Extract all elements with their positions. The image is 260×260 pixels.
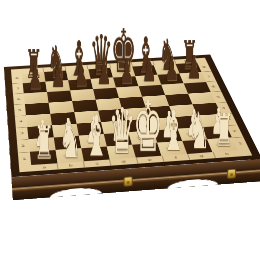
square-g1: ♞: [182, 139, 212, 154]
square-c1: ♝: [81, 146, 110, 161]
white-bishop: ♝: [84, 114, 108, 158]
square-h7: ♟: [180, 72, 206, 83]
black-pawn: ♟: [74, 62, 88, 88]
black-pawn: ♟: [165, 56, 179, 82]
photo-scene: abcdefgh abcdefgh 87654321 87654321 ♜♞♝♛…: [0, 0, 260, 260]
black-pawn: ♟: [97, 60, 111, 86]
white-knight: ♞: [188, 111, 210, 150]
chess-set-photo: abcdefgh abcdefgh 87654321 87654321 ♜♞♝♛…: [0, 0, 260, 260]
board-outer-frame: abcdefgh abcdefgh 87654321 87654321 ♜♞♝♛…: [4, 55, 260, 178]
square-e1: ♚: [132, 143, 161, 158]
brass-clasp-icon: [124, 177, 133, 187]
black-pawn: ♟: [142, 58, 156, 84]
black-pawn: ♟: [120, 59, 134, 85]
chess-board: abcdefgh abcdefgh 87654321 87654321 ♜♞♝♛…: [4, 55, 260, 178]
white-king: ♚: [133, 100, 163, 154]
square-h1: ♜: [207, 138, 238, 152]
square-d1: ♛: [107, 145, 136, 160]
rank-label: 7: [12, 83, 24, 94]
brass-clasp-icon: [227, 169, 236, 179]
white-rook: ♜: [214, 113, 234, 148]
white-knight: ♞: [59, 120, 81, 160]
square-b1: ♞: [56, 148, 84, 163]
square-a1: ♜: [30, 150, 58, 165]
black-pawn: ♟: [51, 63, 65, 89]
white-queen: ♛: [109, 107, 136, 156]
black-pawn: ♟: [28, 65, 43, 91]
black-pawn: ♟: [187, 55, 201, 81]
white-rook: ♜: [34, 125, 54, 161]
white-bishop: ♝: [162, 109, 186, 152]
square-a6: [24, 92, 49, 104]
board-border-strip: abcdefgh abcdefgh 87654321 87654321 ♜♞♝♛…: [11, 58, 252, 173]
